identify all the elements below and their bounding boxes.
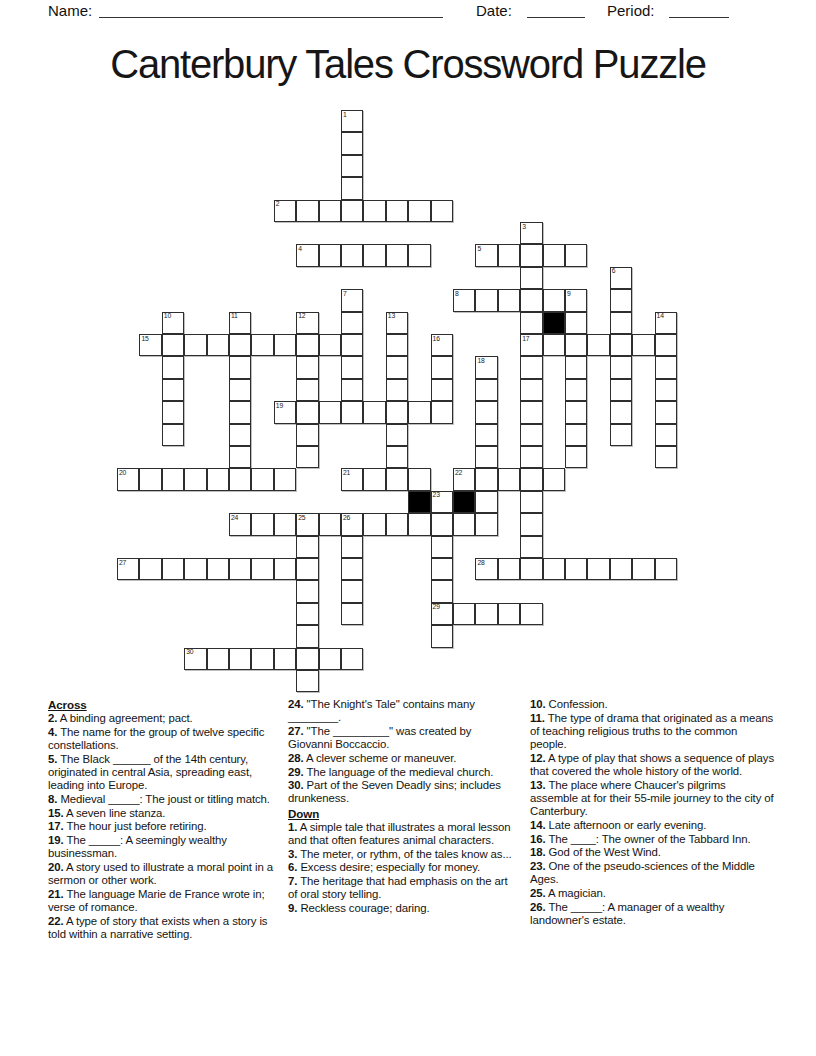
- clue-across-20: 20. A story used to illustrate a moral p…: [48, 861, 273, 887]
- grid-cell[interactable]: [408, 200, 430, 222]
- grid-cell[interactable]: [251, 468, 273, 490]
- grid-cell[interactable]: [162, 468, 184, 490]
- grid-cell[interactable]: [520, 379, 542, 401]
- grid-cell[interactable]: [251, 334, 273, 356]
- grid-cell[interactable]: [610, 334, 632, 356]
- clue-number: 29: [433, 603, 440, 611]
- clue-across-24: 24. "The Knight's Tale" contains many __…: [288, 698, 516, 724]
- clue-number: 4: [298, 245, 302, 253]
- grid-cell[interactable]: [341, 603, 363, 625]
- grid-cell[interactable]: [229, 424, 251, 446]
- clue-number-label: 12.: [530, 752, 546, 764]
- grid-cell[interactable]: [520, 468, 542, 490]
- grid-cell[interactable]: 21: [341, 468, 363, 490]
- across-heading: Across: [48, 698, 273, 711]
- clue-number-label: 22.: [48, 915, 64, 927]
- clue-number: 19: [276, 402, 283, 410]
- clue-number-label: 21.: [48, 888, 64, 900]
- grid-cell[interactable]: [341, 312, 363, 334]
- grid-cell[interactable]: [520, 446, 542, 468]
- worksheet-page: { "game": "crossword", "title": "Canterb…: [0, 0, 816, 1056]
- grid-cell[interactable]: [408, 244, 430, 266]
- grid-cell[interactable]: [408, 401, 430, 423]
- grid-cell[interactable]: [475, 424, 497, 446]
- period-label: Period:: [607, 2, 655, 19]
- grid-cell[interactable]: [184, 334, 206, 356]
- grid-cell[interactable]: [341, 244, 363, 266]
- grid-cell[interactable]: [610, 379, 632, 401]
- grid-cell[interactable]: [431, 356, 453, 378]
- grid-cell[interactable]: [520, 401, 542, 423]
- clue-number: 10: [164, 312, 171, 320]
- grid-cell[interactable]: [341, 648, 363, 670]
- grid-cell[interactable]: [386, 446, 408, 468]
- grid-cell[interactable]: [655, 446, 677, 468]
- grid-cell[interactable]: 7: [341, 289, 363, 311]
- clue-number: 28: [477, 559, 484, 567]
- grid-cell[interactable]: [431, 580, 453, 602]
- grid-cell[interactable]: [341, 155, 363, 177]
- clue-column-3: 10. Confession.11. The type of drama tha…: [530, 698, 776, 927]
- grid-cell[interactable]: [431, 200, 453, 222]
- grid-cell[interactable]: [296, 625, 318, 647]
- grid-cell[interactable]: [565, 558, 587, 580]
- grid-cell[interactable]: [632, 334, 654, 356]
- clue-column-1: Across2. A binding agreement; pact.4. Th…: [48, 698, 273, 942]
- clue-number: 11: [231, 312, 238, 320]
- grid-cell[interactable]: [431, 379, 453, 401]
- clue-number-label: 1.: [288, 821, 297, 833]
- grid-cell[interactable]: [610, 558, 632, 580]
- grid-cell[interactable]: [363, 401, 385, 423]
- grid-cell[interactable]: [475, 401, 497, 423]
- grid-cell[interactable]: [565, 379, 587, 401]
- grid-cell[interactable]: 20: [117, 468, 139, 490]
- grid-cell[interactable]: [296, 379, 318, 401]
- grid-cell[interactable]: [341, 356, 363, 378]
- clue-down-16: 16. The ____: The owner of the Tabbard I…: [530, 833, 776, 846]
- grid-cell[interactable]: [498, 244, 520, 266]
- grid-cell[interactable]: [229, 401, 251, 423]
- grid-cell[interactable]: [296, 200, 318, 222]
- clue-number-label: 29.: [288, 766, 304, 778]
- down-heading: Down: [288, 807, 516, 820]
- grid-cell[interactable]: 3: [520, 222, 542, 244]
- grid-cell[interactable]: [520, 289, 542, 311]
- grid-cell[interactable]: [655, 379, 677, 401]
- clue-number-label: 8.: [48, 793, 57, 805]
- grid-cell[interactable]: [610, 424, 632, 446]
- clue-down-26: 26. The _____: A manager of a wealthy la…: [530, 901, 776, 927]
- grid-cell[interactable]: [520, 536, 542, 558]
- grid-cell[interactable]: [341, 558, 363, 580]
- clue-down-9: 9. Reckless courage; daring.: [288, 902, 516, 915]
- grid-cell[interactable]: [386, 356, 408, 378]
- grid-cell[interactable]: [319, 513, 341, 535]
- grid-cell[interactable]: 29: [431, 603, 453, 625]
- grid-cell[interactable]: [565, 401, 587, 423]
- clue-number: 23: [433, 491, 440, 499]
- clue-number-label: 28.: [288, 752, 304, 764]
- clue-across-15: 15. A seven line stanza.: [48, 807, 273, 820]
- grid-cell[interactable]: [587, 334, 609, 356]
- grid-cell[interactable]: [139, 558, 161, 580]
- grid-cell[interactable]: [520, 491, 542, 513]
- grid-cell[interactable]: [543, 289, 565, 311]
- grid-cell[interactable]: [341, 580, 363, 602]
- grid-cell[interactable]: [655, 356, 677, 378]
- grid-cell[interactable]: [296, 670, 318, 692]
- grid-cell[interactable]: [184, 468, 206, 490]
- grid-cell[interactable]: [431, 558, 453, 580]
- clue-number-label: 3.: [288, 848, 297, 860]
- clue-number: 22: [455, 469, 462, 477]
- grid-cell[interactable]: [408, 468, 430, 490]
- name-field[interactable]: [99, 1, 443, 18]
- grid-cell[interactable]: [587, 558, 609, 580]
- grid-cell[interactable]: 1: [341, 110, 363, 132]
- header: Name: Date: Period:: [0, 0, 816, 24]
- grid-cell[interactable]: [296, 536, 318, 558]
- grid-cell[interactable]: [498, 603, 520, 625]
- clue-number: 27: [119, 559, 126, 567]
- grid-cell[interactable]: [475, 289, 497, 311]
- clue-number-label: 24.: [288, 698, 304, 710]
- clue-number: 16: [433, 335, 440, 343]
- grid-cell[interactable]: [498, 468, 520, 490]
- grid-cell[interactable]: [363, 200, 385, 222]
- grid-cell[interactable]: [341, 379, 363, 401]
- clue-number: 13: [388, 312, 395, 320]
- grid-cell[interactable]: [655, 334, 677, 356]
- clue-number-label: 18.: [530, 846, 546, 858]
- grid-cell[interactable]: [274, 468, 296, 490]
- grid-cell[interactable]: [319, 648, 341, 670]
- clue-number-label: 6.: [288, 861, 297, 873]
- grid-cell[interactable]: [453, 513, 475, 535]
- grid-cell[interactable]: [229, 379, 251, 401]
- clue-down-11: 11. The type of drama that originated as…: [530, 712, 776, 752]
- clue-number-label: 15.: [48, 807, 64, 819]
- grid-cell[interactable]: 19: [274, 401, 296, 423]
- grid-cell[interactable]: [386, 244, 408, 266]
- clue-down-6: 6. Excess desire; especially for money.: [288, 861, 516, 874]
- grid-cell[interactable]: 4: [296, 244, 318, 266]
- grid-cell[interactable]: [251, 558, 273, 580]
- grid-cell[interactable]: [296, 424, 318, 446]
- grid-cell[interactable]: 6: [610, 267, 632, 289]
- clue-number-label: 27.: [288, 725, 304, 737]
- clue-across-5: 5. The Black ______ of the 14th century,…: [48, 753, 273, 793]
- grid-cell[interactable]: [431, 401, 453, 423]
- grid-cell[interactable]: [229, 468, 251, 490]
- clue-number-label: 17.: [48, 820, 64, 832]
- grid-cell[interactable]: [565, 334, 587, 356]
- black-cell: [408, 491, 430, 513]
- clue-column-2: 24. "The Knight's Tale" contains many __…: [288, 698, 516, 916]
- grid-cell[interactable]: [498, 558, 520, 580]
- grid-cell[interactable]: [520, 513, 542, 535]
- clue-down-13: 13. The place where Chaucer's pilgrims a…: [530, 779, 776, 819]
- grid-cell[interactable]: [207, 648, 229, 670]
- clue-down-1: 1. A simple tale that illustrates a mora…: [288, 821, 516, 847]
- grid-cell[interactable]: [520, 603, 542, 625]
- grid-cell[interactable]: [229, 356, 251, 378]
- clue-across-21: 21. The language Marie de France wrote i…: [48, 888, 273, 914]
- clue-number: 25: [298, 514, 305, 522]
- grid-cell[interactable]: [565, 244, 587, 266]
- clue-number: 21: [343, 469, 350, 477]
- grid-cell[interactable]: [229, 558, 251, 580]
- clue-number-label: 7.: [288, 875, 297, 887]
- grid-cell[interactable]: [520, 558, 542, 580]
- clue-number: 26: [343, 514, 350, 522]
- grid-cell[interactable]: [543, 468, 565, 490]
- grid-cell[interactable]: [386, 401, 408, 423]
- grid-cell[interactable]: [207, 334, 229, 356]
- grid-cell[interactable]: 24: [229, 513, 251, 535]
- black-cell: [543, 312, 565, 334]
- grid-cell[interactable]: [162, 356, 184, 378]
- clue-number: 14: [657, 312, 664, 320]
- grid-cell[interactable]: 28: [475, 558, 497, 580]
- grid-cell[interactable]: [655, 401, 677, 423]
- grid-cell[interactable]: 17: [520, 334, 542, 356]
- grid-cell[interactable]: 15: [139, 334, 161, 356]
- grid-cell[interactable]: [274, 334, 296, 356]
- grid-cell[interactable]: [475, 491, 497, 513]
- grid-cell[interactable]: [229, 334, 251, 356]
- grid-cell[interactable]: [520, 424, 542, 446]
- grid-cell[interactable]: [386, 468, 408, 490]
- grid-cell[interactable]: [162, 334, 184, 356]
- crossword-grid: 1234567891011121314151617181920212223242…: [117, 110, 679, 694]
- grid-cell[interactable]: [565, 424, 587, 446]
- grid-cell[interactable]: 2: [274, 200, 296, 222]
- grid-cell[interactable]: [498, 289, 520, 311]
- grid-cell[interactable]: [475, 446, 497, 468]
- clue-number: 5: [477, 245, 481, 253]
- clue-number: 2: [276, 200, 280, 208]
- clue-number-label: 13.: [530, 779, 546, 791]
- grid-cell[interactable]: [408, 513, 430, 535]
- clue-number: 12: [298, 312, 305, 320]
- grid-cell[interactable]: [229, 446, 251, 468]
- grid-cell[interactable]: [139, 468, 161, 490]
- grid-cell[interactable]: 23: [431, 491, 453, 513]
- clue-number-label: 2.: [48, 712, 57, 724]
- clue-number-label: 10.: [530, 698, 546, 710]
- clue-across-27: 27. "The _________" was created by Giova…: [288, 725, 516, 751]
- clue-number: 24: [231, 514, 238, 522]
- grid-cell[interactable]: [655, 558, 677, 580]
- grid-cell[interactable]: [341, 401, 363, 423]
- grid-cell[interactable]: [632, 558, 654, 580]
- clue-number: 20: [119, 469, 126, 477]
- grid-cell[interactable]: [251, 513, 273, 535]
- grid-cell[interactable]: 18: [475, 356, 497, 378]
- grid-cell[interactable]: [296, 446, 318, 468]
- grid-cell[interactable]: [296, 401, 318, 423]
- date-label: Date:: [476, 2, 512, 19]
- clue-number: 18: [477, 357, 484, 365]
- grid-cell[interactable]: [520, 267, 542, 289]
- grid-cell[interactable]: 11: [229, 312, 251, 334]
- clue-down-10: 10. Confession.: [530, 698, 776, 711]
- grid-cell[interactable]: 30: [184, 648, 206, 670]
- grid-cell[interactable]: [363, 468, 385, 490]
- grid-cell[interactable]: 26: [341, 513, 363, 535]
- date-field[interactable]: [527, 1, 585, 18]
- clue-across-22: 22. A type of story that exists when a s…: [48, 915, 273, 941]
- grid-cell[interactable]: [431, 536, 453, 558]
- grid-cell[interactable]: 14: [655, 312, 677, 334]
- grid-cell[interactable]: [363, 513, 385, 535]
- grid-cell[interactable]: [251, 648, 273, 670]
- grid-cell[interactable]: [296, 558, 318, 580]
- clue-across-2: 2. A binding agreement; pact.: [48, 712, 273, 725]
- clue-number-label: 20.: [48, 861, 64, 873]
- grid-cell[interactable]: [341, 536, 363, 558]
- grid-cell[interactable]: [475, 603, 497, 625]
- grid-cell[interactable]: [184, 558, 206, 580]
- grid-cell[interactable]: [162, 379, 184, 401]
- grid-cell[interactable]: [363, 244, 385, 266]
- clue-down-14: 14. Late afternoon or early evening.: [530, 819, 776, 832]
- clue-down-23: 23. One of the pseudo-sciences of the Mi…: [530, 860, 776, 886]
- grid-cell[interactable]: [431, 625, 453, 647]
- clue-across-30: 30. Part of the Seven Deadly sins; inclu…: [288, 779, 516, 805]
- grid-cell[interactable]: [475, 468, 497, 490]
- clue-down-12: 12. A type of play that shows a sequence…: [530, 752, 776, 778]
- clue-number-label: 19.: [48, 834, 64, 846]
- grid-cell[interactable]: [475, 379, 497, 401]
- grid-cell[interactable]: [341, 334, 363, 356]
- clue-across-19: 19. The _____: A seemingly wealthy busin…: [48, 834, 273, 860]
- clue-number-label: 23.: [530, 860, 546, 872]
- clue-down-25: 25. A magician.: [530, 887, 776, 900]
- clue-number: 3: [522, 223, 526, 231]
- grid-cell[interactable]: [386, 200, 408, 222]
- grid-cell[interactable]: 8: [453, 289, 475, 311]
- grid-cell[interactable]: [319, 334, 341, 356]
- clue-across-29: 29. The language of the medieval church.: [288, 766, 516, 779]
- clue-number: 1: [343, 111, 347, 119]
- grid-cell[interactable]: [610, 356, 632, 378]
- grid-cell[interactable]: 10: [162, 312, 184, 334]
- grid-cell[interactable]: 12: [296, 312, 318, 334]
- grid-cell[interactable]: [274, 648, 296, 670]
- grid-cell[interactable]: [543, 558, 565, 580]
- clue-number-label: 9.: [288, 902, 297, 914]
- clue-across-17: 17. The hour just before retiring.: [48, 820, 273, 833]
- grid-cell[interactable]: 9: [565, 289, 587, 311]
- clue-number: 15: [141, 335, 148, 343]
- grid-cell[interactable]: [386, 334, 408, 356]
- clue-number: 8: [455, 290, 459, 298]
- grid-cell[interactable]: [341, 200, 363, 222]
- grid-cell[interactable]: 13: [386, 312, 408, 334]
- clue-number-label: 26.: [530, 901, 546, 913]
- clue-across-8: 8. Medieval _____: The joust or titling …: [48, 793, 273, 806]
- grid-cell[interactable]: [162, 401, 184, 423]
- grid-cell[interactable]: [296, 356, 318, 378]
- period-field[interactable]: [669, 1, 729, 18]
- grid-cell[interactable]: [520, 244, 542, 266]
- clue-number-label: 16.: [530, 833, 546, 845]
- grid-cell[interactable]: [296, 580, 318, 602]
- grid-cell[interactable]: [610, 289, 632, 311]
- grid-cell[interactable]: [274, 558, 296, 580]
- clue-down-18: 18. God of the West Wind.: [530, 846, 776, 859]
- grid-cell[interactable]: [319, 244, 341, 266]
- grid-cell[interactable]: [341, 132, 363, 154]
- grid-cell[interactable]: [319, 200, 341, 222]
- grid-cell[interactable]: [319, 401, 341, 423]
- grid-cell[interactable]: [341, 177, 363, 199]
- black-cell: [453, 491, 475, 513]
- clue-number-label: 5.: [48, 753, 57, 765]
- grid-cell[interactable]: 16: [431, 334, 453, 356]
- grid-cell[interactable]: 25: [296, 513, 318, 535]
- clue-down-3: 3. The meter, or rythm, of the tales kno…: [288, 848, 516, 861]
- clue-across-28: 28. A clever scheme or maneuver.: [288, 752, 516, 765]
- clue-number: 17: [522, 335, 529, 343]
- grid-cell[interactable]: [520, 312, 542, 334]
- clue-number-label: 4.: [48, 726, 57, 738]
- name-label: Name:: [48, 2, 92, 19]
- clue-number: 30: [186, 648, 193, 656]
- clue-number-label: 14.: [530, 819, 546, 831]
- clue-number: 9: [567, 290, 571, 298]
- grid-cell[interactable]: [453, 603, 475, 625]
- grid-cell[interactable]: 5: [475, 244, 497, 266]
- grid-cell[interactable]: [565, 356, 587, 378]
- clue-number: 6: [612, 267, 616, 275]
- grid-cell[interactable]: [543, 334, 565, 356]
- grid-cell[interactable]: [655, 424, 677, 446]
- grid-cell[interactable]: [162, 424, 184, 446]
- grid-cell[interactable]: [162, 558, 184, 580]
- clue-down-7: 7. The heritage that had emphasis on the…: [288, 875, 516, 901]
- grid-cell[interactable]: [274, 513, 296, 535]
- grid-cell[interactable]: [207, 558, 229, 580]
- grid-cell[interactable]: [386, 379, 408, 401]
- grid-cell[interactable]: [296, 603, 318, 625]
- grid-cell[interactable]: [229, 648, 251, 670]
- grid-cell[interactable]: 22: [453, 468, 475, 490]
- grid-cell[interactable]: [520, 356, 542, 378]
- grid-cell[interactable]: [565, 312, 587, 334]
- clue-number-label: 25.: [530, 887, 546, 899]
- clue-number-label: 30.: [288, 779, 304, 791]
- grid-cell[interactable]: 27: [117, 558, 139, 580]
- grid-cell[interactable]: [610, 312, 632, 334]
- grid-cell[interactable]: [565, 446, 587, 468]
- grid-cell[interactable]: [610, 401, 632, 423]
- clue-across-4: 4. The name for the group of twelve spec…: [48, 726, 273, 752]
- grid-cell[interactable]: [543, 244, 565, 266]
- grid-cell[interactable]: [431, 513, 453, 535]
- grid-cell[interactable]: [475, 513, 497, 535]
- grid-cell[interactable]: [386, 424, 408, 446]
- grid-cell[interactable]: [296, 648, 318, 670]
- grid-cell[interactable]: [207, 468, 229, 490]
- clue-number: 7: [343, 290, 347, 298]
- grid-cell[interactable]: [386, 513, 408, 535]
- clue-number-label: 11.: [530, 712, 545, 724]
- grid-cell[interactable]: [296, 334, 318, 356]
